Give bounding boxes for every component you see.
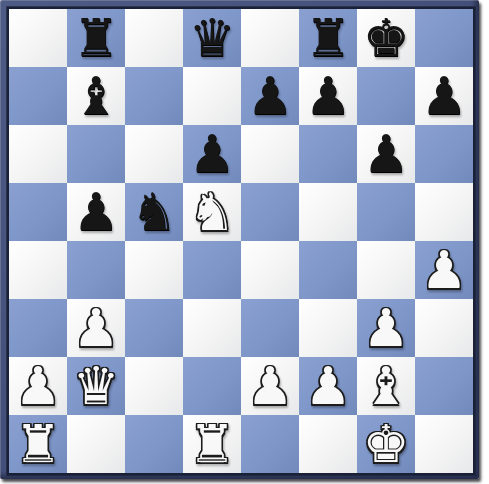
white-pawn: ♟ — [363, 299, 410, 357]
square-h5[interactable] — [415, 183, 473, 241]
square-a6[interactable] — [9, 125, 67, 183]
square-d4[interactable] — [183, 241, 241, 299]
chess-board: ♜♛♜♚♝♟♟♟♟♟♟♞♞♟♟♟♟♛♟♟♝♜♜♚ — [9, 9, 473, 473]
black-rook: ♜ — [305, 9, 352, 67]
square-h1[interactable] — [415, 415, 473, 473]
square-e2[interactable]: ♟ — [241, 357, 299, 415]
square-d6[interactable]: ♟ — [183, 125, 241, 183]
white-pawn: ♟ — [15, 357, 62, 415]
square-h8[interactable] — [415, 9, 473, 67]
square-g2[interactable]: ♝ — [357, 357, 415, 415]
square-c5[interactable]: ♞ — [125, 183, 183, 241]
square-b1[interactable] — [67, 415, 125, 473]
square-c3[interactable] — [125, 299, 183, 357]
white-pawn: ♟ — [247, 357, 294, 415]
square-c8[interactable] — [125, 9, 183, 67]
square-h6[interactable] — [415, 125, 473, 183]
square-b7[interactable]: ♝ — [67, 67, 125, 125]
square-e5[interactable] — [241, 183, 299, 241]
white-pawn: ♟ — [305, 357, 352, 415]
square-a7[interactable] — [9, 67, 67, 125]
square-b8[interactable]: ♜ — [67, 9, 125, 67]
square-f4[interactable] — [299, 241, 357, 299]
square-f1[interactable] — [299, 415, 357, 473]
square-b5[interactable]: ♟ — [67, 183, 125, 241]
square-d5[interactable]: ♞ — [183, 183, 241, 241]
square-e7[interactable]: ♟ — [241, 67, 299, 125]
square-g4[interactable] — [357, 241, 415, 299]
white-knight: ♞ — [189, 183, 236, 241]
square-c4[interactable] — [125, 241, 183, 299]
square-d2[interactable] — [183, 357, 241, 415]
black-pawn: ♟ — [305, 67, 352, 125]
black-pawn: ♟ — [421, 67, 468, 125]
white-pawn: ♟ — [421, 241, 468, 299]
square-d3[interactable] — [183, 299, 241, 357]
square-g5[interactable] — [357, 183, 415, 241]
square-a5[interactable] — [9, 183, 67, 241]
square-a1[interactable]: ♜ — [9, 415, 67, 473]
square-e3[interactable] — [241, 299, 299, 357]
square-h3[interactable] — [415, 299, 473, 357]
white-bishop: ♝ — [363, 357, 410, 415]
square-f8[interactable]: ♜ — [299, 9, 357, 67]
square-g6[interactable]: ♟ — [357, 125, 415, 183]
square-g3[interactable]: ♟ — [357, 299, 415, 357]
square-g8[interactable]: ♚ — [357, 9, 415, 67]
white-rook: ♜ — [15, 415, 62, 473]
black-rook: ♜ — [73, 9, 120, 67]
square-c6[interactable] — [125, 125, 183, 183]
square-f7[interactable]: ♟ — [299, 67, 357, 125]
black-bishop: ♝ — [73, 67, 120, 125]
black-pawn: ♟ — [189, 125, 236, 183]
square-f6[interactable] — [299, 125, 357, 183]
square-a8[interactable] — [9, 9, 67, 67]
square-c2[interactable] — [125, 357, 183, 415]
white-queen: ♛ — [73, 357, 120, 415]
square-g7[interactable] — [357, 67, 415, 125]
square-d8[interactable]: ♛ — [183, 9, 241, 67]
white-king: ♚ — [363, 415, 410, 473]
square-e6[interactable] — [241, 125, 299, 183]
square-f2[interactable]: ♟ — [299, 357, 357, 415]
black-pawn: ♟ — [363, 125, 410, 183]
chess-board-frame: ♜♛♜♚♝♟♟♟♟♟♟♞♞♟♟♟♟♛♟♟♝♜♜♚ — [0, 0, 479, 479]
square-g1[interactable]: ♚ — [357, 415, 415, 473]
square-d1[interactable]: ♜ — [183, 415, 241, 473]
black-pawn: ♟ — [247, 67, 294, 125]
square-h2[interactable] — [415, 357, 473, 415]
square-b6[interactable] — [67, 125, 125, 183]
black-queen: ♛ — [189, 9, 236, 67]
square-a2[interactable]: ♟ — [9, 357, 67, 415]
square-b3[interactable]: ♟ — [67, 299, 125, 357]
square-d7[interactable] — [183, 67, 241, 125]
square-h4[interactable]: ♟ — [415, 241, 473, 299]
square-c7[interactable] — [125, 67, 183, 125]
square-c1[interactable] — [125, 415, 183, 473]
white-rook: ♜ — [189, 415, 236, 473]
square-e4[interactable] — [241, 241, 299, 299]
black-king: ♚ — [363, 9, 410, 67]
square-f5[interactable] — [299, 183, 357, 241]
square-b2[interactable]: ♛ — [67, 357, 125, 415]
square-e8[interactable] — [241, 9, 299, 67]
white-pawn: ♟ — [73, 299, 120, 357]
page: ♜♛♜♚♝♟♟♟♟♟♟♞♞♟♟♟♟♛♟♟♝♜♜♚ — [0, 0, 489, 484]
black-knight: ♞ — [131, 183, 178, 241]
square-h7[interactable]: ♟ — [415, 67, 473, 125]
square-a3[interactable] — [9, 299, 67, 357]
black-pawn: ♟ — [73, 183, 120, 241]
square-e1[interactable] — [241, 415, 299, 473]
square-f3[interactable] — [299, 299, 357, 357]
square-a4[interactable] — [9, 241, 67, 299]
square-b4[interactable] — [67, 241, 125, 299]
